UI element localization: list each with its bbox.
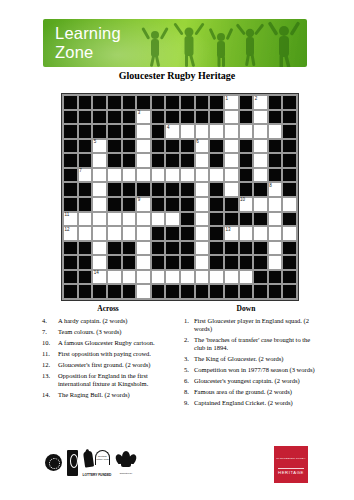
black-cell <box>93 96 106 109</box>
clue-number: 5 <box>94 139 97 144</box>
black-cell <box>108 242 121 255</box>
black-cell <box>181 256 194 269</box>
black-cell <box>64 169 77 182</box>
black-cell <box>93 285 106 298</box>
black-cell <box>93 125 106 138</box>
black-cell <box>283 140 296 153</box>
answer-cell[interactable] <box>181 125 194 138</box>
black-cell <box>196 285 209 298</box>
black-cell <box>210 285 223 298</box>
answer-cell[interactable] <box>123 213 136 226</box>
black-cell <box>181 96 194 109</box>
across-clue: 7.Team colours. (3 words) <box>42 328 182 336</box>
clue-number: 10 <box>240 197 245 202</box>
black-cell <box>108 154 121 167</box>
black-cell <box>123 183 136 196</box>
answer-cell[interactable]: 3 <box>137 111 150 124</box>
black-cell <box>93 111 106 124</box>
black-cell <box>210 96 223 109</box>
black-cell <box>225 198 238 211</box>
black-cell <box>108 140 121 153</box>
black-cell <box>123 242 136 255</box>
black-cell <box>225 213 238 226</box>
across-clue: 12.Gloucester's first ground. (2 words) <box>42 361 182 369</box>
answer-cell[interactable] <box>123 271 136 284</box>
black-cell <box>123 96 136 109</box>
black-cell <box>79 256 92 269</box>
answer-cell[interactable] <box>137 256 150 269</box>
black-cell <box>210 140 223 153</box>
answer-cell[interactable] <box>137 169 150 182</box>
answer-cell[interactable] <box>225 140 238 153</box>
black-cell <box>283 242 296 255</box>
answer-cell[interactable] <box>210 125 223 138</box>
black-cell <box>108 285 121 298</box>
black-cell <box>283 285 296 298</box>
black-cell <box>79 96 92 109</box>
black-cell <box>254 213 267 226</box>
clue-label: 3. <box>184 355 194 363</box>
black-cell <box>269 285 282 298</box>
black-cell <box>269 111 282 124</box>
answer-cell[interactable] <box>254 125 267 138</box>
black-cell <box>181 213 194 226</box>
black-cell <box>64 183 77 196</box>
answer-cell[interactable]: 6 <box>196 140 209 153</box>
clue-label: 6. <box>184 377 194 385</box>
clue-number: 8 <box>269 183 272 188</box>
clue-number: 12 <box>65 227 70 232</box>
down-clue: 3.The King of Gloucester. (2 words) <box>184 355 318 363</box>
banner-line2: Zone <box>55 43 121 62</box>
down-clues: Down 1.First Gloucester player in Englan… <box>184 305 318 410</box>
black-cell <box>196 111 209 124</box>
clue-text: A hardy captain. (2 words) <box>58 317 182 325</box>
across-clue: 13.Opposition for England in the first i… <box>42 372 182 388</box>
answer-cell[interactable] <box>79 213 92 226</box>
clue-text: Gloucester's youngest captain. (2 words) <box>194 377 318 385</box>
answer-cell[interactable] <box>269 125 282 138</box>
clue-text: The 'breaches of transfer' case brought … <box>194 336 318 352</box>
clue-label: 7. <box>42 328 58 336</box>
black-cell <box>123 154 136 167</box>
black-cell <box>181 285 194 298</box>
clue-label: 11. <box>42 350 58 358</box>
black-cell <box>254 271 267 284</box>
clue-text: First Gloucester player in England squad… <box>194 317 318 333</box>
answer-cell[interactable] <box>196 125 209 138</box>
black-cell <box>152 140 165 153</box>
clue-text: A famous Gloucester Rugby cartoon. <box>58 339 182 347</box>
answer-cell[interactable] <box>225 125 238 138</box>
clue-number: 2 <box>255 96 258 101</box>
answer-cell[interactable]: 11 <box>64 213 77 226</box>
answer-cell[interactable] <box>254 140 267 153</box>
black-cell <box>152 198 165 211</box>
crest-caption: supported by <box>112 472 140 474</box>
answer-cell[interactable] <box>108 271 121 284</box>
crest-logo <box>116 451 136 470</box>
clue-text: First opposition with paying crowd. <box>58 350 182 358</box>
black-cell <box>108 256 121 269</box>
black-cell <box>64 154 77 167</box>
black-cell <box>79 125 92 138</box>
answer-cell[interactable] <box>137 271 150 284</box>
page-title: Gloucester Rugby Heritage <box>0 70 354 81</box>
answer-cell[interactable] <box>152 213 165 226</box>
answer-cell[interactable] <box>225 154 238 167</box>
civic-roundel-logo <box>45 454 62 471</box>
clue-label: 8. <box>184 388 194 396</box>
clue-text: The Raging Bull. (2 words) <box>58 391 182 399</box>
black-cell <box>283 271 296 284</box>
clue-number: 7 <box>79 168 82 173</box>
clue-label: 10. <box>42 339 58 347</box>
answer-cell[interactable] <box>93 227 106 240</box>
across-clue: 14.The Raging Bull. (2 words) <box>42 391 182 399</box>
answer-cell[interactable] <box>137 285 150 298</box>
black-cell <box>240 242 253 255</box>
heritage-logo-line2: HERITAGE <box>278 468 304 475</box>
answer-cell[interactable] <box>93 256 106 269</box>
answer-cell[interactable]: 14 <box>93 271 106 284</box>
clue-label: 12. <box>42 361 58 369</box>
down-clue: 1.First Gloucester player in England squ… <box>184 317 318 333</box>
black-cell <box>240 169 253 182</box>
clue-number: 1 <box>225 96 228 101</box>
clue-label: 4. <box>42 317 58 325</box>
answer-cell[interactable] <box>269 227 282 240</box>
black-cell <box>254 285 267 298</box>
banner-line1: Learning <box>55 24 121 43</box>
answer-cell[interactable] <box>254 198 267 211</box>
clue-text: Captained England Cricket. (2 words) <box>194 399 318 407</box>
answer-cell[interactable] <box>93 198 106 211</box>
answer-cell[interactable] <box>137 213 150 226</box>
black-cell <box>64 96 77 109</box>
answer-cell[interactable] <box>210 169 223 182</box>
black-cell <box>181 183 194 196</box>
black-cell <box>181 111 194 124</box>
black-cell <box>269 271 282 284</box>
black-cell <box>79 285 92 298</box>
across-clues: Across 4.A hardy captain. (2 words)7.Tea… <box>42 305 182 402</box>
answer-cell[interactable] <box>137 242 150 255</box>
answer-cell[interactable] <box>240 271 253 284</box>
crossword-grid: 1234567891011121314 <box>61 93 299 301</box>
worksheet-page: Learning Zone <box>0 0 354 500</box>
answer-cell[interactable] <box>240 227 253 240</box>
black-cell <box>152 256 165 269</box>
answer-cell[interactable] <box>152 271 165 284</box>
lottery-arch-text: heritage lottery fund <box>96 456 109 462</box>
black-cell <box>181 140 194 153</box>
answer-cell[interactable] <box>196 154 209 167</box>
black-cell <box>152 125 165 138</box>
down-clue: 6.Gloucester's youngest captain. (2 word… <box>184 377 318 385</box>
black-cell <box>283 96 296 109</box>
black-cell <box>283 183 296 196</box>
clue-text: Competition won in 1977/78 season (3 wor… <box>194 366 318 374</box>
clue-label: 9. <box>184 399 194 407</box>
answer-cell[interactable]: 12 <box>64 227 77 240</box>
across-clue: 4.A hardy captain. (2 words) <box>42 317 182 325</box>
clue-label: 1. <box>184 317 194 333</box>
black-cell <box>166 154 179 167</box>
clue-label: 14. <box>42 391 58 399</box>
answer-cell[interactable] <box>196 242 209 255</box>
answer-cell[interactable] <box>93 242 106 255</box>
black-cell <box>64 198 77 211</box>
answer-cell[interactable] <box>283 198 296 211</box>
answer-cell[interactable] <box>93 169 106 182</box>
clue-text: Team colours. (3 words) <box>58 328 182 336</box>
answer-cell[interactable]: 2 <box>254 96 267 109</box>
clue-number: 14 <box>94 270 99 275</box>
heritage-logo-line1: GLOUCESTER RUGBY <box>274 457 308 460</box>
black-cell <box>283 154 296 167</box>
answer-cell[interactable]: 10 <box>240 198 253 211</box>
black-cell <box>269 96 282 109</box>
answer-cell[interactable] <box>269 256 282 269</box>
across-heading: Across <box>42 305 174 313</box>
answer-cell[interactable] <box>269 213 282 226</box>
black-cell <box>181 242 194 255</box>
answer-cell[interactable] <box>225 169 238 182</box>
answer-cell[interactable]: 9 <box>137 198 150 211</box>
across-clue: 11.First opposition with paying crowd. <box>42 350 182 358</box>
black-cell <box>137 183 150 196</box>
black-cell <box>269 154 282 167</box>
black-cell <box>152 285 165 298</box>
black-cell <box>64 111 77 124</box>
black-cell <box>79 271 92 284</box>
answer-cell[interactable] <box>254 169 267 182</box>
black-cell <box>108 125 121 138</box>
answer-cell[interactable] <box>196 183 209 196</box>
black-cell <box>210 198 223 211</box>
black-cell <box>196 96 209 109</box>
black-cell <box>123 256 136 269</box>
black-cell <box>283 213 296 226</box>
down-clue: 2.The 'breaches of transfer' case brough… <box>184 336 318 352</box>
black-cell <box>283 169 296 182</box>
answer-cell[interactable] <box>196 213 209 226</box>
black-cell <box>79 111 92 124</box>
black-cell <box>210 111 223 124</box>
clue-number: 9 <box>138 197 141 202</box>
answer-cell[interactable] <box>166 213 179 226</box>
black-cell <box>79 242 92 255</box>
answer-cell[interactable] <box>79 227 92 240</box>
answer-cell[interactable] <box>152 169 165 182</box>
answer-cell[interactable] <box>93 213 106 226</box>
black-cell <box>166 183 179 196</box>
answer-cell[interactable] <box>254 154 267 167</box>
black-cell <box>64 125 77 138</box>
black-cell <box>79 183 92 196</box>
clue-text: Famous area of the ground. (2 words) <box>194 388 318 396</box>
answer-cell[interactable] <box>166 271 179 284</box>
black-cell <box>166 96 179 109</box>
across-clue: 10.A famous Gloucester Rugby cartoon. <box>42 339 182 347</box>
clue-number: 3 <box>138 110 141 115</box>
black-cell <box>166 242 179 255</box>
black-cell <box>240 154 253 167</box>
answer-cell[interactable] <box>225 183 238 196</box>
black-cell <box>210 213 223 226</box>
black-cell <box>166 111 179 124</box>
black-cell <box>123 125 136 138</box>
black-cell <box>240 285 253 298</box>
black-cell <box>152 154 165 167</box>
black-cell <box>152 242 165 255</box>
answer-cell[interactable] <box>269 198 282 211</box>
answer-cell[interactable] <box>181 271 194 284</box>
black-cell <box>181 227 194 240</box>
answer-cell[interactable] <box>108 213 121 226</box>
black-cell <box>108 111 121 124</box>
black-cell <box>79 198 92 211</box>
answer-cell[interactable] <box>196 169 209 182</box>
answer-cell[interactable] <box>108 169 121 182</box>
answer-cell[interactable] <box>196 198 209 211</box>
black-cell <box>210 242 223 255</box>
clue-number: 11 <box>65 212 70 217</box>
clue-text: The King of Gloucester. (2 words) <box>194 355 318 363</box>
black-cell <box>240 213 253 226</box>
black-cell <box>181 198 194 211</box>
answer-cell[interactable] <box>181 169 194 182</box>
black-cell <box>64 271 77 284</box>
black-cell <box>123 140 136 153</box>
down-clue: 8.Famous area of the ground. (2 words) <box>184 388 318 396</box>
learning-zone-banner: Learning Zone <box>43 19 307 67</box>
answer-cell[interactable] <box>225 271 238 284</box>
black-cell <box>123 198 136 211</box>
black-cell <box>166 198 179 211</box>
black-cell <box>181 154 194 167</box>
black-cell <box>225 242 238 255</box>
answer-cell[interactable] <box>166 169 179 182</box>
black-cell <box>210 183 223 196</box>
black-cell <box>152 227 165 240</box>
down-clue: 5.Competition won in 1977/78 season (3 w… <box>184 366 318 374</box>
answer-cell[interactable]: 1 <box>225 96 238 109</box>
crossed-fingers-icon <box>83 450 94 467</box>
clue-label: 5. <box>184 366 194 374</box>
answer-cell[interactable] <box>196 256 209 269</box>
black-cell <box>225 285 238 298</box>
answer-cell[interactable] <box>137 154 150 167</box>
black-cell <box>137 96 150 109</box>
answer-cell[interactable] <box>254 227 267 240</box>
answer-cell[interactable] <box>196 271 209 284</box>
black-cell <box>269 169 282 182</box>
answer-cell[interactable] <box>283 227 296 240</box>
black-cell <box>79 140 92 153</box>
children-photo <box>137 19 307 67</box>
black-cell <box>108 96 121 109</box>
black-cell <box>108 198 121 211</box>
black-cell <box>240 256 253 269</box>
black-cell <box>123 111 136 124</box>
clue-number: 4 <box>167 125 170 130</box>
answer-cell[interactable] <box>225 111 238 124</box>
black-cell <box>166 140 179 153</box>
black-cell <box>166 256 179 269</box>
answer-cell[interactable] <box>123 169 136 182</box>
answer-cell[interactable] <box>137 140 150 153</box>
black-cell <box>64 140 77 153</box>
black-cell <box>64 285 77 298</box>
black-cell <box>254 256 267 269</box>
clue-number: 6 <box>196 139 199 144</box>
down-heading: Down <box>184 305 308 313</box>
heritage-lottery-fund-logo: heritage lottery fund <box>84 449 110 471</box>
answer-cell[interactable] <box>210 271 223 284</box>
black-cell <box>152 96 165 109</box>
black-cell <box>210 227 223 240</box>
answer-cell[interactable] <box>93 154 106 167</box>
answer-cell[interactable]: 8 <box>269 183 282 196</box>
black-cell <box>152 111 165 124</box>
answer-cell[interactable]: 4 <box>166 125 179 138</box>
black-cell <box>254 183 267 196</box>
down-clue: 9.Captained England Cricket. (2 words) <box>184 399 318 407</box>
black-cell <box>210 154 223 167</box>
answer-cell[interactable] <box>254 111 267 124</box>
black-cell <box>64 256 77 269</box>
black-cell <box>283 125 296 138</box>
clue-text: Gloucester's first ground. (2 words) <box>58 361 182 369</box>
gloucester-rugby-heritage-logo: GLOUCESTER RUGBY HERITAGE <box>274 446 308 483</box>
black-cell <box>225 256 238 269</box>
answer-cell[interactable]: 13 <box>225 227 238 240</box>
black-cell <box>283 111 296 124</box>
learning-zone-logo: Learning Zone <box>55 24 121 61</box>
black-cell <box>240 140 253 153</box>
answer-cell[interactable]: 7 <box>79 169 92 182</box>
answer-cell[interactable] <box>108 227 121 240</box>
black-cell <box>64 242 77 255</box>
answer-cell[interactable]: 5 <box>93 140 106 153</box>
black-cell <box>240 96 253 109</box>
answer-cell[interactable] <box>269 242 282 255</box>
black-cell <box>269 140 282 153</box>
footer: heritage lottery fund LOTTERY FUNDED sup… <box>0 444 354 490</box>
black-cell <box>108 183 121 196</box>
answer-cell[interactable] <box>240 125 253 138</box>
black-cell <box>123 285 136 298</box>
clue-label: 2. <box>184 336 194 352</box>
answer-cell[interactable] <box>93 183 106 196</box>
black-cell <box>254 242 267 255</box>
black-cell <box>240 111 253 124</box>
black-cell <box>152 183 165 196</box>
clue-number: 13 <box>225 227 230 232</box>
black-cell <box>166 285 179 298</box>
lottery-funded-caption: LOTTERY FUNDED <box>82 473 112 477</box>
answer-cell[interactable] <box>137 125 150 138</box>
black-cell <box>79 154 92 167</box>
black-cell <box>166 227 179 240</box>
answer-cell[interactable] <box>196 227 209 240</box>
black-cell <box>283 256 296 269</box>
answer-cell[interactable] <box>137 227 150 240</box>
clue-label: 13. <box>42 372 58 388</box>
answer-cell[interactable] <box>123 227 136 240</box>
